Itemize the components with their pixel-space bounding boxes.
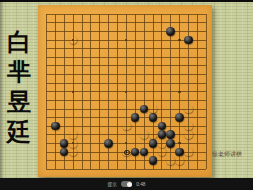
top-border-strip (0, 0, 253, 2)
app-screen: 白 芈 昱 廷 徐老师讲棋 提示 0:48 (0, 0, 253, 190)
white-stone (175, 156, 184, 165)
playback-left-label: 提示 (107, 180, 117, 187)
grid-hline (46, 109, 206, 110)
player-name-char-1: 芈 (3, 57, 35, 87)
player-name-char-2: 昱 (3, 87, 35, 117)
black-stone (149, 113, 158, 122)
white-stone (122, 122, 131, 131)
black-stone (158, 122, 167, 131)
white-stone (69, 139, 78, 148)
grid-vline (135, 14, 136, 169)
grid-vline (144, 14, 145, 169)
black-stone (175, 148, 184, 157)
white-stone (166, 156, 175, 165)
white-stone (184, 105, 193, 114)
grid-hline (46, 100, 206, 101)
black-stone (104, 139, 113, 148)
white-stone (158, 148, 167, 157)
black-stone (175, 113, 184, 122)
playback-right-label: 0:48 (136, 182, 145, 187)
white-stone (149, 105, 158, 114)
white-stone (149, 130, 158, 139)
white-stone (69, 36, 78, 45)
watermark-caption: 徐老师讲棋 (212, 150, 242, 159)
player-name-char-3: 廷 (3, 117, 35, 147)
black-stone (149, 156, 158, 165)
black-stone (60, 148, 69, 157)
black-stone (131, 113, 140, 122)
toggle-knob-icon (127, 182, 132, 187)
black-stone (166, 130, 175, 139)
black-stone (166, 27, 175, 36)
player-title: 白 芈 昱 廷 (3, 27, 35, 147)
playback-bar: 提示 0:48 (0, 178, 253, 190)
grid-hline (46, 169, 206, 170)
white-stone (158, 139, 167, 148)
grid-vline (197, 14, 198, 169)
white-stone (184, 130, 193, 139)
white-stone (69, 148, 78, 157)
black-stone (60, 139, 69, 148)
grid-vline (206, 14, 207, 169)
black-stone (140, 105, 149, 114)
black-stone (184, 36, 193, 45)
star-point (178, 91, 180, 93)
black-stone (166, 139, 175, 148)
playback-toggle[interactable] (121, 181, 132, 187)
go-board[interactable] (38, 5, 212, 177)
white-stone (140, 130, 149, 139)
white-stone (184, 148, 193, 157)
last-move-dot (126, 151, 127, 152)
white-stone (122, 148, 131, 157)
white-stone (184, 122, 193, 131)
white-stone (69, 130, 78, 139)
black-stone (158, 130, 167, 139)
black-stone (140, 148, 149, 157)
black-stone (149, 139, 158, 148)
black-stone (51, 122, 60, 131)
black-stone (131, 148, 140, 157)
star-point (72, 91, 74, 93)
player-color-char: 白 (3, 27, 35, 57)
star-point (178, 39, 180, 41)
